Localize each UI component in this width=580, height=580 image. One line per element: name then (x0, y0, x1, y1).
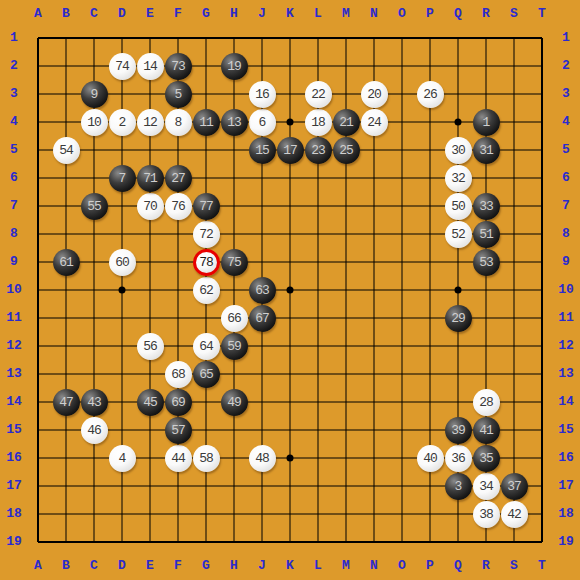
white-stone-20[interactable]: 20 (361, 81, 388, 108)
row-label-left: 8 (0, 227, 28, 241)
black-stone-25[interactable]: 25 (333, 137, 360, 164)
column-label-top: J (248, 7, 276, 21)
black-stone-37[interactable]: 37 (501, 473, 528, 500)
row-label-left: 17 (0, 479, 28, 493)
column-label-top: C (80, 7, 108, 21)
white-stone-30[interactable]: 30 (445, 137, 472, 164)
black-stone-9[interactable]: 9 (81, 81, 108, 108)
white-stone-38[interactable]: 38 (473, 501, 500, 528)
column-label-top: A (24, 7, 52, 21)
black-stone-47[interactable]: 47 (53, 389, 80, 416)
column-label-bottom: H (220, 559, 248, 573)
black-stone-11[interactable]: 11 (193, 109, 220, 136)
white-stone-36[interactable]: 36 (445, 445, 472, 472)
column-label-top: T (528, 7, 556, 21)
black-stone-1[interactable]: 1 (473, 109, 500, 136)
column-label-top: R (472, 7, 500, 21)
column-label-bottom: O (388, 559, 416, 573)
black-stone-61[interactable]: 61 (53, 249, 80, 276)
row-label-left: 18 (0, 507, 28, 521)
column-label-bottom: P (416, 559, 444, 573)
column-label-top: N (360, 7, 388, 21)
black-stone-55[interactable]: 55 (81, 193, 108, 220)
row-label-left: 14 (0, 395, 28, 409)
row-label-right: 3 (552, 87, 580, 101)
column-label-top: L (304, 7, 332, 21)
white-stone-24[interactable]: 24 (361, 109, 388, 136)
column-label-bottom: S (500, 559, 528, 573)
row-label-left: 2 (0, 59, 28, 73)
white-stone-12[interactable]: 12 (137, 109, 164, 136)
black-stone-75[interactable]: 75 (221, 249, 248, 276)
row-label-left: 11 (0, 311, 28, 325)
row-label-left: 15 (0, 423, 28, 437)
column-label-bottom: Q (444, 559, 472, 573)
column-label-top: M (332, 7, 360, 21)
black-stone-43[interactable]: 43 (81, 389, 108, 416)
white-stone-2[interactable]: 2 (109, 109, 136, 136)
row-label-right: 10 (552, 283, 580, 297)
black-stone-63[interactable]: 63 (249, 277, 276, 304)
white-stone-18[interactable]: 18 (305, 109, 332, 136)
white-stone-64[interactable]: 64 (193, 333, 220, 360)
star-point (287, 287, 294, 294)
white-stone-8[interactable]: 8 (165, 109, 192, 136)
white-stone-14[interactable]: 14 (137, 53, 164, 80)
row-label-right: 17 (552, 479, 580, 493)
black-stone-39[interactable]: 39 (445, 417, 472, 444)
black-stone-7[interactable]: 7 (109, 165, 136, 192)
row-label-left: 1 (0, 31, 28, 45)
black-stone-19[interactable]: 19 (221, 53, 248, 80)
row-label-left: 16 (0, 451, 28, 465)
white-stone-40[interactable]: 40 (417, 445, 444, 472)
black-stone-77[interactable]: 77 (193, 193, 220, 220)
star-point (287, 119, 294, 126)
column-label-bottom: K (276, 559, 304, 573)
row-label-right: 19 (552, 535, 580, 549)
column-label-bottom: L (304, 559, 332, 573)
row-label-right: 9 (552, 255, 580, 269)
black-stone-13[interactable]: 13 (221, 109, 248, 136)
row-label-right: 2 (552, 59, 580, 73)
white-stone-10[interactable]: 10 (81, 109, 108, 136)
white-stone-50[interactable]: 50 (445, 193, 472, 220)
column-label-top: B (52, 7, 80, 21)
white-stone-42[interactable]: 42 (501, 501, 528, 528)
column-label-bottom: J (248, 559, 276, 573)
row-label-right: 13 (552, 367, 580, 381)
column-label-bottom: M (332, 559, 360, 573)
black-stone-65[interactable]: 65 (193, 361, 220, 388)
black-stone-67[interactable]: 67 (249, 305, 276, 332)
column-label-bottom: T (528, 559, 556, 573)
black-stone-53[interactable]: 53 (473, 249, 500, 276)
column-label-bottom: D (108, 559, 136, 573)
white-stone-28[interactable]: 28 (473, 389, 500, 416)
row-label-right: 16 (552, 451, 580, 465)
row-label-left: 3 (0, 87, 28, 101)
black-stone-45[interactable]: 45 (137, 389, 164, 416)
column-label-top: F (164, 7, 192, 21)
row-label-left: 6 (0, 171, 28, 185)
white-stone-48[interactable]: 48 (249, 445, 276, 472)
white-stone-26[interactable]: 26 (417, 81, 444, 108)
white-stone-66[interactable]: 66 (221, 305, 248, 332)
row-label-left: 12 (0, 339, 28, 353)
white-stone-70[interactable]: 70 (137, 193, 164, 220)
white-stone-34[interactable]: 34 (473, 473, 500, 500)
white-stone-44[interactable]: 44 (165, 445, 192, 472)
black-stone-73[interactable]: 73 (165, 53, 192, 80)
row-label-right: 12 (552, 339, 580, 353)
row-label-right: 14 (552, 395, 580, 409)
white-stone-22[interactable]: 22 (305, 81, 332, 108)
row-label-left: 4 (0, 115, 28, 129)
black-stone-5[interactable]: 5 (165, 81, 192, 108)
row-label-right: 4 (552, 115, 580, 129)
column-label-bottom: R (472, 559, 500, 573)
white-stone-46[interactable]: 46 (81, 417, 108, 444)
white-stone-62[interactable]: 62 (193, 277, 220, 304)
row-label-right: 6 (552, 171, 580, 185)
white-stone-4[interactable]: 4 (109, 445, 136, 472)
black-stone-3[interactable]: 3 (445, 473, 472, 500)
white-stone-60[interactable]: 60 (109, 249, 136, 276)
column-label-bottom: N (360, 559, 388, 573)
row-label-left: 5 (0, 143, 28, 157)
black-stone-31[interactable]: 31 (473, 137, 500, 164)
row-label-left: 10 (0, 283, 28, 297)
column-label-top: K (276, 7, 304, 21)
column-label-top: S (500, 7, 528, 21)
white-stone-16[interactable]: 16 (249, 81, 276, 108)
white-stone-56[interactable]: 56 (137, 333, 164, 360)
black-stone-17[interactable]: 17 (277, 137, 304, 164)
row-label-right: 18 (552, 507, 580, 521)
row-label-left: 7 (0, 199, 28, 213)
column-label-bottom: B (52, 559, 80, 573)
column-label-top: H (220, 7, 248, 21)
column-label-top: P (416, 7, 444, 21)
column-label-top: D (108, 7, 136, 21)
column-label-bottom: C (80, 559, 108, 573)
row-label-left: 9 (0, 255, 28, 269)
white-stone-72[interactable]: 72 (193, 221, 220, 248)
white-stone-58[interactable]: 58 (193, 445, 220, 472)
white-stone-74[interactable]: 74 (109, 53, 136, 80)
black-stone-29[interactable]: 29 (445, 305, 472, 332)
black-stone-27[interactable]: 27 (165, 165, 192, 192)
white-stone-78-last-move[interactable]: 78 (193, 249, 220, 276)
row-label-right: 8 (552, 227, 580, 241)
column-label-top: E (136, 7, 164, 21)
black-stone-23[interactable]: 23 (305, 137, 332, 164)
black-stone-51[interactable]: 51 (473, 221, 500, 248)
column-label-top: Q (444, 7, 472, 21)
black-stone-69[interactable]: 69 (165, 389, 192, 416)
white-stone-76[interactable]: 76 (165, 193, 192, 220)
black-stone-59[interactable]: 59 (221, 333, 248, 360)
go-board-diagram: AABBCCDDEEFFGGHHJJKKLLMMNNOOPPQQRRSSTT11… (0, 0, 580, 580)
column-label-top: O (388, 7, 416, 21)
row-label-right: 7 (552, 199, 580, 213)
white-stone-6[interactable]: 6 (249, 109, 276, 136)
white-stone-54[interactable]: 54 (53, 137, 80, 164)
white-stone-52[interactable]: 52 (445, 221, 472, 248)
row-label-right: 5 (552, 143, 580, 157)
row-label-left: 19 (0, 535, 28, 549)
black-stone-57[interactable]: 57 (165, 417, 192, 444)
black-stone-35[interactable]: 35 (473, 445, 500, 472)
column-label-bottom: G (192, 559, 220, 573)
column-label-bottom: F (164, 559, 192, 573)
black-stone-33[interactable]: 33 (473, 193, 500, 220)
column-label-bottom: A (24, 559, 52, 573)
white-stone-68[interactable]: 68 (165, 361, 192, 388)
star-point (455, 119, 462, 126)
star-point (119, 287, 126, 294)
row-label-right: 11 (552, 311, 580, 325)
white-stone-32[interactable]: 32 (445, 165, 472, 192)
black-stone-49[interactable]: 49 (221, 389, 248, 416)
row-label-left: 13 (0, 367, 28, 381)
row-label-right: 1 (552, 31, 580, 45)
row-label-right: 15 (552, 423, 580, 437)
black-stone-21[interactable]: 21 (333, 109, 360, 136)
column-label-top: G (192, 7, 220, 21)
black-stone-71[interactable]: 71 (137, 165, 164, 192)
star-point (287, 455, 294, 462)
column-label-bottom: E (136, 559, 164, 573)
star-point (455, 287, 462, 294)
black-stone-15[interactable]: 15 (249, 137, 276, 164)
black-stone-41[interactable]: 41 (473, 417, 500, 444)
